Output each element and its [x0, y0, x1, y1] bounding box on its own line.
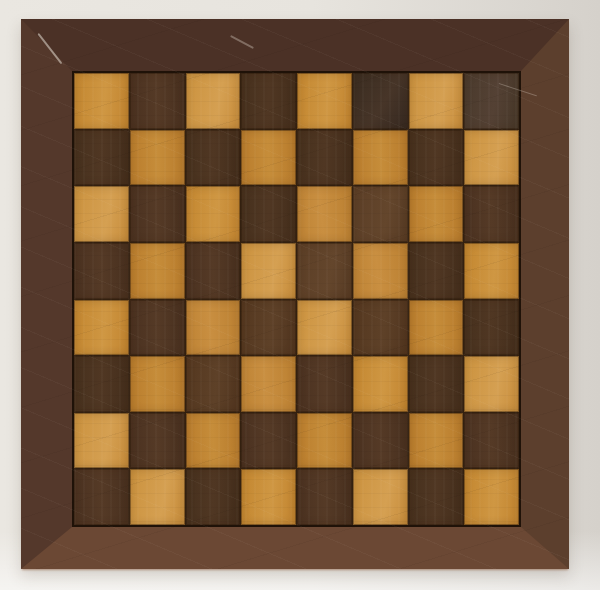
- square-d4[interactable]: [241, 300, 296, 356]
- square-h7[interactable]: [464, 130, 519, 186]
- square-e1[interactable]: [297, 469, 352, 525]
- square-a1[interactable]: [74, 469, 129, 525]
- square-e3[interactable]: [297, 356, 352, 412]
- square-c2[interactable]: [186, 413, 241, 469]
- square-c7[interactable]: [186, 130, 241, 186]
- square-a7[interactable]: [74, 130, 129, 186]
- square-c1[interactable]: [186, 469, 241, 525]
- square-h3[interactable]: [464, 356, 519, 412]
- square-d8[interactable]: [241, 73, 296, 129]
- square-b6[interactable]: [130, 186, 185, 242]
- photo-background: [0, 0, 600, 590]
- square-a8[interactable]: [74, 73, 129, 129]
- square-b2[interactable]: [130, 413, 185, 469]
- square-b8[interactable]: [130, 73, 185, 129]
- square-h4[interactable]: [464, 300, 519, 356]
- square-b3[interactable]: [130, 356, 185, 412]
- square-b5[interactable]: [130, 243, 185, 299]
- board-inlay-groove: [72, 71, 521, 527]
- square-d2[interactable]: [241, 413, 296, 469]
- square-f2[interactable]: [353, 413, 408, 469]
- square-f8[interactable]: [353, 73, 408, 129]
- square-e2[interactable]: [297, 413, 352, 469]
- square-g4[interactable]: [409, 300, 464, 356]
- square-f7[interactable]: [353, 130, 408, 186]
- board-grid: [74, 73, 519, 525]
- square-a5[interactable]: [74, 243, 129, 299]
- square-b1[interactable]: [130, 469, 185, 525]
- square-c3[interactable]: [186, 356, 241, 412]
- square-c6[interactable]: [186, 186, 241, 242]
- square-h6[interactable]: [464, 186, 519, 242]
- square-f1[interactable]: [353, 469, 408, 525]
- square-f5[interactable]: [353, 243, 408, 299]
- square-g1[interactable]: [409, 469, 464, 525]
- square-g6[interactable]: [409, 186, 464, 242]
- square-h2[interactable]: [464, 413, 519, 469]
- square-d3[interactable]: [241, 356, 296, 412]
- square-c4[interactable]: [186, 300, 241, 356]
- square-d6[interactable]: [241, 186, 296, 242]
- square-e4[interactable]: [297, 300, 352, 356]
- square-g3[interactable]: [409, 356, 464, 412]
- square-h5[interactable]: [464, 243, 519, 299]
- checkerboard: [21, 19, 569, 569]
- square-b7[interactable]: [130, 130, 185, 186]
- square-h1[interactable]: [464, 469, 519, 525]
- square-c8[interactable]: [186, 73, 241, 129]
- square-d5[interactable]: [241, 243, 296, 299]
- square-b4[interactable]: [130, 300, 185, 356]
- square-f3[interactable]: [353, 356, 408, 412]
- square-a6[interactable]: [74, 186, 129, 242]
- board-frame: [21, 19, 569, 569]
- square-f6[interactable]: [353, 186, 408, 242]
- square-e5[interactable]: [297, 243, 352, 299]
- square-e7[interactable]: [297, 130, 352, 186]
- square-f4[interactable]: [353, 300, 408, 356]
- square-a3[interactable]: [74, 356, 129, 412]
- square-g8[interactable]: [409, 73, 464, 129]
- square-g5[interactable]: [409, 243, 464, 299]
- square-g2[interactable]: [409, 413, 464, 469]
- square-g7[interactable]: [409, 130, 464, 186]
- square-d1[interactable]: [241, 469, 296, 525]
- square-e8[interactable]: [297, 73, 352, 129]
- square-h8[interactable]: [464, 73, 519, 129]
- square-a4[interactable]: [74, 300, 129, 356]
- square-c5[interactable]: [186, 243, 241, 299]
- square-d7[interactable]: [241, 130, 296, 186]
- square-e6[interactable]: [297, 186, 352, 242]
- square-a2[interactable]: [74, 413, 129, 469]
